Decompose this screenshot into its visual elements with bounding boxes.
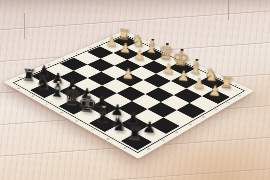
piece-white-pawn-f2[interactable]: ♟ — [173, 68, 194, 83]
piece-white-knight-b1[interactable]: ♞ — [128, 32, 148, 49]
piece-black-rook-h8[interactable]: ♜ — [123, 124, 147, 144]
piece-white-pawn-e2[interactable]: ♟ — [158, 61, 179, 76]
photo-canvas: aabbccddeeffgghh1122334455667788♜♞♝♛♚♝♞♜… — [0, 0, 270, 180]
piece-white-king-e1[interactable]: ♚ — [170, 48, 191, 70]
coordinate-label-file-c: c — [153, 46, 170, 54]
chess-board: aabbccddeeffgghh1122334455667788♜♞♝♛♚♝♞♜… — [3, 31, 254, 159]
coordinate-label-rank-6: 6 — [173, 130, 181, 135]
coordinate-label-rank-8: 8 — [144, 146, 153, 151]
board-tilt-wrapper: aabbccddeeffgghh1122334455667788♜♞♝♛♚♝♞♜… — [0, 0, 270, 180]
piece-white-pawn-d4[interactable]: ♟ — [118, 66, 139, 82]
coordinate-label-file-h: h — [227, 80, 246, 89]
coordinate-label-rank-1: 1 — [236, 94, 244, 98]
coordinate-label-rank-4: 4 — [199, 115, 207, 119]
coordinate-label-rank-7: 7 — [159, 138, 168, 143]
coordinate-label-rank-2: 2 — [99, 40, 106, 43]
piece-white-pawn-h2[interactable]: ♟ — [204, 83, 225, 99]
piece-white-pawn-b2[interactable]: ♟ — [115, 40, 135, 55]
coordinate-label-file-a: a — [126, 34, 142, 42]
piece-white-rook-a1[interactable]: ♜ — [114, 27, 133, 43]
piece-white-pawn-c2[interactable]: ♟ — [129, 47, 149, 62]
piece-white-pawn-a2[interactable]: ♟ — [102, 34, 122, 49]
piece-white-bishop-c1[interactable]: ♝ — [142, 38, 162, 56]
coordinate-label-file-e: e — [182, 59, 200, 67]
coordinate-label-rank-3: 3 — [86, 46, 93, 49]
board-scene: aabbccddeeffgghh1122334455667788♜♞♝♛♚♝♞♜… — [0, 0, 270, 180]
coordinate-label-rank-5: 5 — [59, 57, 66, 61]
coordinate-label-file-g: g — [212, 73, 230, 82]
coordinate-label-rank-1: 1 — [111, 35, 118, 38]
coordinate-label-file-d: d — [167, 53, 184, 61]
coordinate-label-rank-2: 2 — [224, 101, 232, 105]
coordinate-label-rank-6: 6 — [45, 63, 53, 67]
coordinate-label-rank-4: 4 — [73, 51, 80, 54]
piece-white-bishop-f1[interactable]: ♝ — [185, 58, 206, 77]
coordinate-label-file-f: f — [197, 66, 215, 75]
coordinate-label-rank-5: 5 — [186, 122, 194, 127]
coordinate-label-file-b: b — [140, 40, 157, 48]
coordinate-label-rank-3: 3 — [212, 108, 220, 112]
piece-white-queen-d1[interactable]: ♛ — [156, 43, 176, 63]
